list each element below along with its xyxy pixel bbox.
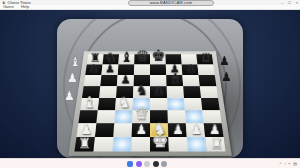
- piece-black-pawn[interactable]: ♟: [88, 63, 98, 74]
- square-f1[interactable]: [168, 137, 187, 151]
- piece-black-bishop[interactable]: ♝: [120, 50, 133, 64]
- square-d2[interactable]: ♟: [132, 123, 150, 137]
- square-c3[interactable]: [114, 110, 132, 123]
- piece-white-knight[interactable]: ♞: [117, 95, 130, 109]
- system-tray: ^▫▪▤: [279, 159, 297, 168]
- piece-black-bishop[interactable]: ♝: [168, 71, 181, 86]
- taskbar: ^▫▪▤: [0, 158, 300, 168]
- square-g1[interactable]: [187, 137, 207, 151]
- square-c4[interactable]: ♞: [115, 98, 133, 110]
- piece-white-rook[interactable]: ♜: [77, 136, 90, 150]
- captured-black-pawn: ♟: [221, 71, 232, 83]
- watermark-text: www.BANDICAM.com: [150, 1, 193, 5]
- square-a1[interactable]: ♜: [74, 137, 94, 151]
- piece-black-pawn[interactable]: ♟: [104, 63, 114, 74]
- tray-icon-1[interactable]: ▫: [284, 162, 285, 166]
- square-h5[interactable]: [200, 86, 218, 98]
- piece-white-king[interactable]: ♚: [151, 132, 168, 151]
- square-c2[interactable]: [113, 123, 132, 137]
- square-g4[interactable]: [184, 98, 202, 110]
- piece-white-pawn[interactable]: ♟: [172, 123, 184, 136]
- piece-white-queen[interactable]: ♛: [134, 106, 149, 123]
- piece-black-pawn[interactable]: ♟: [185, 63, 195, 74]
- square-e1[interactable]: ♚: [150, 137, 169, 151]
- chessboard: ♜♞♝♛♚♜♟♟♟♟♟♝♞♟♝♞♛♟♟♞♟♟♟♜♚♜: [74, 54, 225, 151]
- square-h8[interactable]: ♜: [196, 54, 213, 64]
- maximize-button[interactable]: □: [288, 1, 290, 5]
- square-b7[interactable]: ♟: [101, 64, 118, 75]
- taskbar-icon-app-light[interactable]: [144, 161, 150, 167]
- square-d1[interactable]: [131, 137, 150, 151]
- square-g6[interactable]: [182, 75, 199, 86]
- square-a4[interactable]: ♝: [80, 98, 99, 110]
- menu-item-game[interactable]: Game: [3, 5, 14, 9]
- square-f6[interactable]: ♝: [166, 75, 183, 86]
- captured-white-pawn: ♟: [67, 72, 78, 84]
- square-g7[interactable]: ♟: [182, 64, 199, 75]
- piece-black-pawn[interactable]: ♟: [153, 86, 164, 98]
- square-c8[interactable]: ♝: [118, 54, 134, 64]
- piece-black-rook[interactable]: ♜: [200, 52, 211, 64]
- menu-item-help[interactable]: Help: [21, 5, 29, 9]
- chessboard-tilt: ♜♞♝♛♚♜♟♟♟♟♟♝♞♟♝♞♛♟♟♞♟♟♟♜♚♜: [74, 54, 225, 151]
- taskbar-icon-app-purple[interactable]: [136, 161, 142, 167]
- captured-white-pawn: ♟: [64, 90, 75, 102]
- square-a7[interactable]: ♟: [85, 64, 102, 75]
- square-c1[interactable]: [112, 137, 131, 151]
- piece-black-pawn[interactable]: ♟: [120, 74, 131, 86]
- captured-white-bishop: ♝: [70, 56, 81, 68]
- tray-icon-3[interactable]: ▤: [293, 162, 297, 166]
- close-button[interactable]: ×: [296, 1, 298, 5]
- square-g2[interactable]: ♟: [186, 123, 205, 137]
- square-f2[interactable]: ♟: [168, 123, 187, 137]
- piece-white-pawn[interactable]: ♟: [190, 123, 202, 136]
- taskbar-icon-app-dark[interactable]: [153, 161, 159, 167]
- square-b4[interactable]: [98, 98, 116, 110]
- taskbar-icon-app-gray[interactable]: [161, 161, 167, 167]
- piece-black-king[interactable]: ♚: [151, 48, 165, 64]
- square-d5[interactable]: ♞: [133, 86, 150, 98]
- square-a6[interactable]: [84, 75, 102, 86]
- recording-watermark: www.BANDICAM.com: [128, 0, 214, 6]
- square-b6[interactable]: [100, 75, 117, 86]
- piece-white-bishop[interactable]: ♝: [82, 94, 96, 109]
- square-e4[interactable]: [150, 98, 167, 110]
- square-b1[interactable]: [93, 137, 113, 151]
- captured-black-pawn: ♟: [219, 55, 230, 67]
- game-viewport: ♜♞♝♛♚♜♟♟♟♟♟♝♞♟♝♞♛♟♟♞♟♟♟♜♚♜ ♝♟♟♟♟: [0, 10, 300, 158]
- square-h7[interactable]: [197, 64, 214, 75]
- piece-black-knight[interactable]: ♞: [135, 84, 148, 98]
- square-d7[interactable]: [134, 64, 150, 75]
- square-e8[interactable]: ♚: [150, 54, 166, 64]
- square-d8[interactable]: ♛: [134, 54, 150, 64]
- square-b5[interactable]: [99, 86, 117, 98]
- square-h1[interactable]: ♜: [205, 137, 225, 151]
- square-c6[interactable]: ♟: [117, 75, 134, 86]
- piece-white-pawn[interactable]: ♟: [135, 123, 147, 136]
- chessboard-scene: ♜♞♝♛♚♜♟♟♟♟♟♝♞♟♝♞♛♟♟♞♟♟♟♜♚♜: [82, 30, 218, 158]
- square-h4[interactable]: [201, 98, 220, 110]
- window-controls: –□×: [281, 0, 298, 5]
- taskbar-icon-start[interactable]: [127, 161, 133, 167]
- piece-black-queen[interactable]: ♛: [135, 49, 148, 64]
- square-b2[interactable]: [95, 123, 114, 137]
- square-f4[interactable]: [167, 98, 185, 110]
- square-b3[interactable]: [96, 110, 115, 123]
- taskbar-center-icons: [127, 161, 167, 167]
- minimize-button[interactable]: –: [281, 1, 283, 5]
- square-h6[interactable]: [199, 75, 217, 86]
- square-e5[interactable]: ♟: [150, 86, 167, 98]
- tray-icon-0[interactable]: ^: [279, 162, 281, 166]
- tray-icon-2[interactable]: ▪: [289, 162, 290, 166]
- square-f5[interactable]: [167, 86, 184, 98]
- square-g5[interactable]: [183, 86, 201, 98]
- piece-white-rook[interactable]: ♜: [210, 136, 223, 150]
- square-e7[interactable]: [150, 64, 166, 75]
